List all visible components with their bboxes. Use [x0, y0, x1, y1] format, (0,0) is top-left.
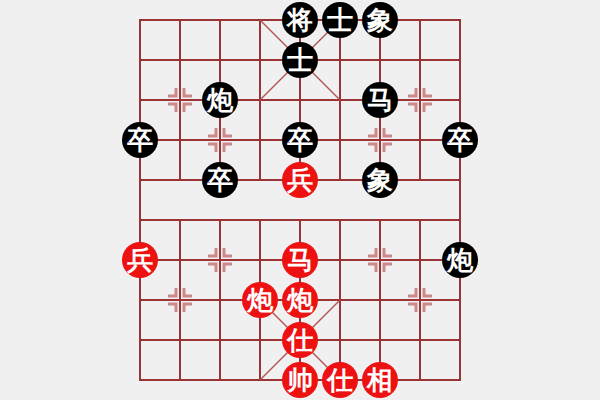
- piece-red-horse[interactable]: 马: [282, 242, 318, 278]
- piece-red-soldier[interactable]: 兵: [282, 162, 318, 198]
- piece-black-elephant[interactable]: 象: [362, 162, 398, 198]
- piece-layer: 将士象士炮马卒卒卒卒兵象兵马炮炮炮仕帅仕相: [120, 0, 480, 400]
- xiangqi-board[interactable]: 将士象士炮马卒卒卒卒兵象兵马炮炮炮仕帅仕相: [0, 0, 600, 400]
- piece-black-general[interactable]: 将: [282, 2, 318, 38]
- piece-red-elephant[interactable]: 相: [362, 362, 398, 398]
- piece-black-soldier[interactable]: 卒: [282, 122, 318, 158]
- piece-red-advisor[interactable]: 仕: [282, 322, 318, 358]
- piece-black-soldier[interactable]: 卒: [122, 122, 158, 158]
- piece-black-horse[interactable]: 马: [362, 82, 398, 118]
- piece-black-advisor[interactable]: 士: [322, 2, 358, 38]
- piece-black-advisor[interactable]: 士: [282, 42, 318, 78]
- piece-black-elephant[interactable]: 象: [362, 2, 398, 38]
- piece-red-general[interactable]: 帅: [282, 362, 318, 398]
- piece-red-advisor[interactable]: 仕: [322, 362, 358, 398]
- piece-red-cannon[interactable]: 炮: [282, 282, 318, 318]
- piece-red-cannon[interactable]: 炮: [242, 282, 278, 318]
- piece-black-cannon[interactable]: 炮: [442, 242, 478, 278]
- piece-black-cannon[interactable]: 炮: [202, 82, 238, 118]
- piece-red-soldier[interactable]: 兵: [122, 242, 158, 278]
- piece-black-soldier[interactable]: 卒: [442, 122, 478, 158]
- piece-black-soldier[interactable]: 卒: [202, 162, 238, 198]
